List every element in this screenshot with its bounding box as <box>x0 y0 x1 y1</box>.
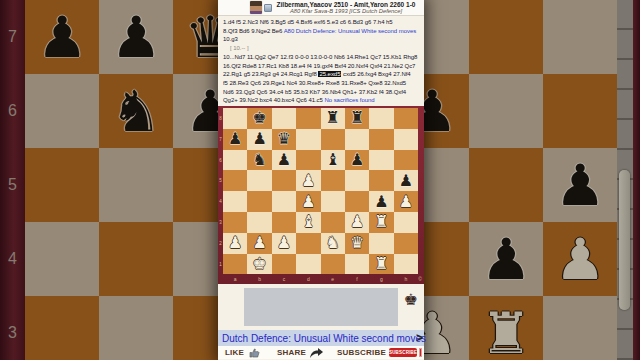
move-text: f5 28.Re3 Qc6 29.Rge1 Nc4 30.Rxe8+ Rxe8 … <box>223 80 406 86</box>
move-text: 8.Qf3 Bd6 9.Nge2 Be6 <box>223 28 284 34</box>
diagram-rank-label: 4 <box>218 199 223 204</box>
annotation-row: ♚ <box>218 288 424 328</box>
moves-line: 1.d4 f5 2.Nc3 Nf6 3.Bg5 d5 4.Bxf6 exf6 5… <box>223 18 421 27</box>
diagram-rank-label: 3 <box>218 220 223 225</box>
diagram-rank-label: 8 <box>218 116 223 121</box>
square-c8 <box>272 108 296 129</box>
square-c5 <box>272 170 296 191</box>
moves-line: 16.Qf2 Rde8 17.Rc1 Kb8 18.e4 f4 19.gxf4 … <box>223 62 421 71</box>
square-e6: ♝ <box>321 150 345 171</box>
diagram-file-label: h <box>394 275 418 283</box>
like-button[interactable]: LIKE <box>225 348 244 357</box>
square-c4 <box>272 191 296 212</box>
youtube-badge-icon[interactable] <box>419 348 422 357</box>
piece-wb-d3: ♝ <box>301 214 315 230</box>
square-a7: ♟ <box>223 129 247 150</box>
diagram-file-label: d <box>296 275 320 283</box>
square-h2 <box>394 233 418 254</box>
piece-wr-g3: ♜ <box>374 214 388 230</box>
piece-wp-h4: ♟ <box>399 194 413 210</box>
square-d2 <box>296 233 320 254</box>
piece-wp-b2: ♟ <box>252 235 266 251</box>
square-a6 <box>223 150 247 171</box>
moves-line: [ 10.-- ] <box>223 44 421 53</box>
header-text: Zilberman,Yaacov 2510 - Amit,Yaron 2260 … <box>272 1 424 15</box>
piece-bq-c7: ♛ <box>277 131 291 147</box>
player-avatar <box>250 1 262 14</box>
square-b4 <box>247 191 271 212</box>
square-e5 <box>321 170 345 191</box>
square-h5: ♟ <box>394 170 418 191</box>
diagram-corner-mark: © <box>418 275 422 283</box>
diagram-board: ♚♜♜♟♟♛♞♟♝♟♟♟♟♟♟♝♟♜♟♟♟♞♛♚♜ © 87654321abcd… <box>218 106 424 284</box>
square-d3: ♝ <box>296 212 320 233</box>
game-panel: Zilberman,Yaacov 2510 - Amit,Yaron 2260 … <box>218 0 424 360</box>
square-d6 <box>296 150 320 171</box>
piece-bp-f6: ♟ <box>350 152 364 168</box>
square-a8 <box>223 108 247 129</box>
piece-wp-d4: ♟ <box>301 194 315 210</box>
move-text: 1.d4 f5 2.Nc3 Nf6 3.Bg5 d5 4.Bxf6 exf6 5… <box>223 19 393 25</box>
move-text: Nd6 33.Qg3 Qc6 34.c4 b5 35.b3 Kb7 36.Nb4… <box>223 89 406 95</box>
square-h6 <box>394 150 418 171</box>
share-button[interactable]: SHARE <box>277 348 306 357</box>
channel-king-logo-icon: ♚ <box>404 292 418 308</box>
square-d5: ♟ <box>296 170 320 191</box>
moves-line: Nd6 33.Qg3 Qc6 34.c4 b5 35.b3 Kb7 36.Nb4… <box>223 88 421 97</box>
diagram-file-label: f <box>345 275 369 283</box>
piece-bn-b6: ♞ <box>252 152 266 168</box>
square-b2: ♟ <box>247 233 271 254</box>
piece-wq-f2: ♛ <box>350 235 364 251</box>
caption-text: Dutch Defence: Unusual White second move… <box>218 333 426 344</box>
diagram-file-label: a <box>223 275 247 283</box>
moves-line: f5 28.Re3 Qc6 29.Rge1 Nc4 30.Rxe8+ Rxe8 … <box>223 79 421 88</box>
piece-br-f8: ♜ <box>350 110 364 126</box>
moves-line: 10...Nd7 11.Qg2 Qe7 12.f3 0-0-0 13.0-0-0… <box>223 53 421 62</box>
thumbs-up-icon[interactable] <box>249 348 260 358</box>
square-d8 <box>296 108 320 129</box>
piece-bp-h5: ♟ <box>399 173 413 189</box>
piece-wp-c2: ♟ <box>277 235 291 251</box>
square-c3 <box>272 212 296 233</box>
square-e2: ♞ <box>321 233 345 254</box>
subscribe-pill-label: SUBSCRIBE <box>389 350 417 355</box>
move-text: 22.Rg1 g5 23.Rg3 g4 24.Rcg1 Rgf8 <box>223 71 318 77</box>
piece-bp-b7: ♟ <box>252 131 266 147</box>
chevron-right-icon: > <box>416 331 423 345</box>
square-h4: ♟ <box>394 191 418 212</box>
square-f8: ♜ <box>345 108 369 129</box>
square-g2 <box>369 233 393 254</box>
game-header: Zilberman,Yaacov 2510 - Amit,Yaron 2260 … <box>218 0 424 16</box>
piece-wk-b1: ♚ <box>252 256 266 272</box>
piece-wr-g1: ♜ <box>374 256 388 272</box>
square-a1 <box>223 254 247 275</box>
annotation-box <box>244 288 398 326</box>
piece-br-e8: ♜ <box>326 110 340 126</box>
diagram-file-label: b <box>247 275 271 283</box>
square-a5 <box>223 170 247 191</box>
square-h3 <box>394 212 418 233</box>
actions-bar: LIKE SHARE SUBSCRIBE SUBSCRIBE <box>218 346 424 359</box>
diagram-grid: ♚♜♜♟♟♛♞♟♝♟♟♟♟♟♟♝♟♜♟♟♟♞♛♚♜ <box>223 108 418 274</box>
square-g7 <box>369 129 393 150</box>
moves-line: Qg2+ 39.Nc2 bxc4 40.bxc4 Qc6 41.c5 No sa… <box>223 96 421 105</box>
square-c6: ♟ <box>272 150 296 171</box>
square-f7 <box>345 129 369 150</box>
square-b6: ♞ <box>247 150 271 171</box>
square-a3 <box>223 212 247 233</box>
square-d1 <box>296 254 320 275</box>
highlighted-move[interactable]: 25.exd5 <box>318 71 341 77</box>
share-arrow-icon[interactable] <box>310 348 323 358</box>
moves-line: 10.g3 <box>223 35 421 44</box>
square-b3 <box>247 212 271 233</box>
move-text: Qg2+ 39.Nc2 bxc4 40.bxc4 Qc6 41.c5 <box>223 97 324 103</box>
piece-wp-a2: ♟ <box>228 235 242 251</box>
square-g6 <box>369 150 393 171</box>
square-e4 <box>321 191 345 212</box>
diagram-rank-label: 6 <box>218 158 223 163</box>
square-g3: ♜ <box>369 212 393 233</box>
square-g4: ♟ <box>369 191 393 212</box>
square-c7: ♛ <box>272 129 296 150</box>
diagram-rank-label: 5 <box>218 178 223 183</box>
caption-bar: Dutch Defence: Unusual White second move… <box>218 330 424 346</box>
move-text: 10.g3 <box>223 36 238 42</box>
piece-bk-b8: ♚ <box>252 110 266 126</box>
square-b5 <box>247 170 271 191</box>
square-h8 <box>394 108 418 129</box>
square-b1: ♚ <box>247 254 271 275</box>
square-d4: ♟ <box>296 191 320 212</box>
square-f3: ♟ <box>345 212 369 233</box>
diagram-file-label: g <box>369 275 393 283</box>
square-b8: ♚ <box>247 108 271 129</box>
piece-bb-e6: ♝ <box>326 152 340 168</box>
square-a4 <box>223 191 247 212</box>
square-a2: ♟ <box>223 233 247 254</box>
square-f6: ♟ <box>345 150 369 171</box>
square-b7: ♟ <box>247 129 271 150</box>
square-e8: ♜ <box>321 108 345 129</box>
square-c1 <box>272 254 296 275</box>
square-e3 <box>321 212 345 233</box>
diagram-rank-label: 1 <box>218 262 223 267</box>
moves-notation: 1.d4 f5 2.Nc3 Nf6 3.Bg5 d5 4.Bxf6 exf6 5… <box>218 16 424 106</box>
square-d7 <box>296 129 320 150</box>
square-e7 <box>321 129 345 150</box>
app-icon <box>264 4 272 12</box>
diagram-rank-label: 7 <box>218 137 223 142</box>
moves-line: 22.Rg1 g5 23.Rg3 g4 24.Rcg1 Rgf8 25.exd5… <box>223 70 421 79</box>
subscribe-pill-button[interactable]: SUBSCRIBE <box>389 348 417 357</box>
move-text: cxd5 26.fxg4 Bxg4 27.Nf4 <box>341 71 410 77</box>
players-line: Zilberman,Yaacov 2510 - Amit,Yaron 2260 … <box>272 1 420 8</box>
video-frame: ♟♟♛♞♟♝♟♟♟♟♟♟♝♟♜ 76543 Zilberman,Yaacov 2… <box>0 0 640 360</box>
piece-wn-e2: ♞ <box>326 235 340 251</box>
piece-wp-f3: ♟ <box>350 214 364 230</box>
move-text: No sacrifices found <box>324 97 374 103</box>
diagram-file-label: c <box>272 275 296 283</box>
square-h7 <box>394 129 418 150</box>
piece-wp-d5: ♟ <box>301 173 315 189</box>
square-e1 <box>321 254 345 275</box>
square-g1: ♜ <box>369 254 393 275</box>
square-f5 <box>345 170 369 191</box>
move-text: A80 Dutch Defence: Unusual White second … <box>284 28 417 34</box>
square-c2: ♟ <box>272 233 296 254</box>
square-f4 <box>345 191 369 212</box>
square-h1 <box>394 254 418 275</box>
square-g8 <box>369 108 393 129</box>
square-f1 <box>345 254 369 275</box>
piece-bp-a7: ♟ <box>228 131 242 147</box>
move-text: 10...Nd7 11.Qg2 Qe7 12.f3 0-0-0 13.0-0-0… <box>223 54 417 60</box>
diagram-file-label: e <box>321 275 345 283</box>
square-g5 <box>369 170 393 191</box>
event-line: A80 Kfar Sava-B 1993 [ICS Dutch Defence] <box>272 8 420 15</box>
move-text: [ 10.-- ] <box>230 45 249 51</box>
moves-line: 8.Qf3 Bd6 9.Nge2 Be6 A80 Dutch Defence: … <box>223 27 421 36</box>
piece-bp-g4: ♟ <box>374 194 388 210</box>
square-f2: ♛ <box>345 233 369 254</box>
diagram-rank-label: 2 <box>218 241 223 246</box>
subscribe-button[interactable]: SUBSCRIBE <box>337 348 386 357</box>
move-text: 16.Qf2 Rde8 17.Rc1 Kb8 18.e4 f4 19.gxf4 … <box>223 63 415 69</box>
piece-bp-c6: ♟ <box>277 152 291 168</box>
